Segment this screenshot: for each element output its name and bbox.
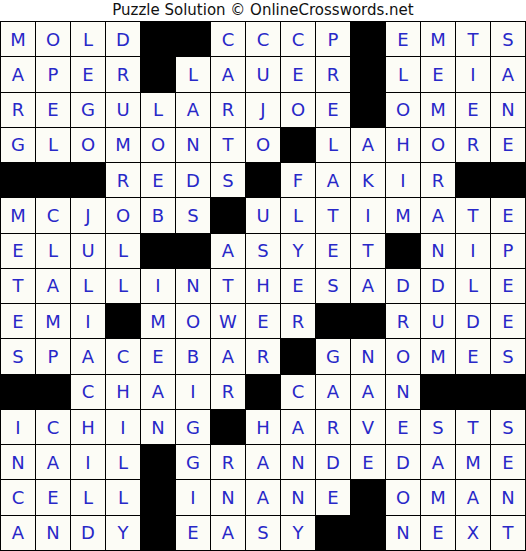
black-cell bbox=[351, 22, 385, 56]
black-cell bbox=[211, 198, 245, 232]
letter-cell: A bbox=[316, 163, 350, 197]
letter-cell: D bbox=[106, 22, 140, 56]
letter-cell: N bbox=[386, 516, 420, 550]
black-cell bbox=[281, 128, 315, 162]
letter-cell: A bbox=[456, 480, 490, 514]
letter-cell: M bbox=[421, 339, 455, 373]
letter-cell: R bbox=[106, 57, 140, 91]
letter-cell: S bbox=[176, 198, 210, 232]
black-cell bbox=[1, 163, 35, 197]
letter-cell: C bbox=[36, 410, 70, 444]
letter-cell: L bbox=[176, 57, 210, 91]
letter-cell: I bbox=[71, 304, 105, 338]
black-cell bbox=[141, 57, 175, 91]
letter-cell: N bbox=[36, 516, 70, 550]
letter-cell: C bbox=[36, 198, 70, 232]
letter-cell: E bbox=[491, 128, 525, 162]
letter-cell: P bbox=[36, 57, 70, 91]
letter-cell: L bbox=[106, 269, 140, 303]
letter-cell: I bbox=[71, 445, 105, 479]
letter-cell: M bbox=[421, 22, 455, 56]
letter-cell: Y bbox=[281, 234, 315, 268]
letter-cell: V bbox=[351, 410, 385, 444]
page-title: Puzzle Solution © OnlineCrosswords.net bbox=[0, 0, 526, 21]
black-cell bbox=[141, 480, 175, 514]
letter-cell: E bbox=[491, 445, 525, 479]
letter-cell: I bbox=[351, 198, 385, 232]
letter-cell: E bbox=[351, 445, 385, 479]
letter-cell: A bbox=[211, 339, 245, 373]
letter-cell: A bbox=[351, 128, 385, 162]
letter-cell: O bbox=[36, 22, 70, 56]
letter-cell: E bbox=[316, 93, 350, 127]
letter-cell: F bbox=[281, 163, 315, 197]
black-cell bbox=[71, 163, 105, 197]
black-cell bbox=[351, 93, 385, 127]
black-cell bbox=[106, 304, 140, 338]
letter-cell: R bbox=[386, 304, 420, 338]
letter-cell: S bbox=[491, 410, 525, 444]
letter-cell: I bbox=[176, 480, 210, 514]
letter-cell: N bbox=[281, 445, 315, 479]
letter-cell: L bbox=[106, 480, 140, 514]
letter-cell: L bbox=[71, 269, 105, 303]
letter-cell: T bbox=[456, 410, 490, 444]
letter-cell: O bbox=[386, 480, 420, 514]
black-cell bbox=[386, 234, 420, 268]
black-cell bbox=[351, 57, 385, 91]
letter-cell: A bbox=[176, 93, 210, 127]
black-cell bbox=[351, 304, 385, 338]
letter-cell: O bbox=[106, 198, 140, 232]
letter-cell: C bbox=[246, 22, 280, 56]
letter-cell: A bbox=[246, 445, 280, 479]
letter-cell: C bbox=[1, 480, 35, 514]
black-cell bbox=[246, 163, 280, 197]
letter-cell: R bbox=[211, 375, 245, 409]
letter-cell: Y bbox=[281, 516, 315, 550]
letter-cell: D bbox=[176, 163, 210, 197]
letter-cell: E bbox=[281, 57, 315, 91]
letter-cell: G bbox=[316, 339, 350, 373]
letter-cell: E bbox=[141, 339, 175, 373]
black-cell bbox=[141, 516, 175, 550]
letter-cell: U bbox=[421, 304, 455, 338]
letter-cell: G bbox=[71, 93, 105, 127]
letter-cell: H bbox=[386, 128, 420, 162]
letter-cell: A bbox=[141, 375, 175, 409]
letter-cell: R bbox=[211, 445, 245, 479]
letter-cell: I bbox=[386, 163, 420, 197]
black-cell bbox=[1, 375, 35, 409]
letter-cell: T bbox=[211, 128, 245, 162]
letter-cell: G bbox=[176, 410, 210, 444]
letter-cell: E bbox=[456, 339, 490, 373]
letter-cell: E bbox=[491, 304, 525, 338]
black-cell bbox=[36, 163, 70, 197]
black-cell bbox=[246, 375, 280, 409]
letter-cell: M bbox=[386, 198, 420, 232]
letter-cell: L bbox=[36, 234, 70, 268]
letter-cell: C bbox=[211, 22, 245, 56]
letter-cell: A bbox=[36, 445, 70, 479]
letter-cell: R bbox=[281, 304, 315, 338]
letter-cell: P bbox=[491, 234, 525, 268]
letter-cell: C bbox=[281, 375, 315, 409]
black-cell bbox=[176, 234, 210, 268]
letter-cell: E bbox=[281, 269, 315, 303]
letter-cell: S bbox=[211, 163, 245, 197]
letter-cell: S bbox=[421, 410, 455, 444]
letter-cell: A bbox=[211, 234, 245, 268]
letter-cell: O bbox=[176, 304, 210, 338]
letter-cell: E bbox=[141, 163, 175, 197]
letter-cell: H bbox=[106, 375, 140, 409]
letter-cell: N bbox=[351, 339, 385, 373]
letter-cell: M bbox=[106, 128, 140, 162]
letter-cell: S bbox=[491, 22, 525, 56]
letter-cell: N bbox=[491, 93, 525, 127]
letter-cell: L bbox=[386, 57, 420, 91]
black-cell bbox=[456, 163, 490, 197]
letter-cell: O bbox=[141, 128, 175, 162]
letter-cell: U bbox=[246, 57, 280, 91]
letter-cell: E bbox=[386, 22, 420, 56]
letter-cell: E bbox=[491, 198, 525, 232]
letter-cell: O bbox=[386, 93, 420, 127]
letter-cell: M bbox=[421, 480, 455, 514]
black-cell bbox=[316, 304, 350, 338]
letter-cell: A bbox=[421, 198, 455, 232]
black-cell bbox=[176, 22, 210, 56]
letter-cell: E bbox=[386, 410, 420, 444]
letter-cell: T bbox=[316, 198, 350, 232]
letter-cell: H bbox=[246, 410, 280, 444]
letter-cell: I bbox=[456, 57, 490, 91]
letter-cell: S bbox=[246, 234, 280, 268]
black-cell bbox=[211, 410, 245, 444]
letter-cell: R bbox=[456, 128, 490, 162]
letter-cell: D bbox=[71, 516, 105, 550]
letter-cell: A bbox=[316, 375, 350, 409]
letter-cell: N bbox=[1, 445, 35, 479]
letter-cell: M bbox=[1, 22, 35, 56]
letter-cell: I bbox=[176, 375, 210, 409]
letter-cell: A bbox=[246, 480, 280, 514]
black-cell bbox=[281, 339, 315, 373]
letter-cell: A bbox=[71, 339, 105, 373]
letter-cell: E bbox=[36, 480, 70, 514]
letter-cell: I bbox=[141, 269, 175, 303]
letter-cell: J bbox=[246, 93, 280, 127]
letter-cell: U bbox=[106, 93, 140, 127]
letter-cell: G bbox=[176, 445, 210, 479]
black-cell bbox=[351, 480, 385, 514]
letter-cell: R bbox=[421, 163, 455, 197]
black-cell bbox=[351, 516, 385, 550]
letter-cell: L bbox=[71, 22, 105, 56]
letter-cell: S bbox=[1, 339, 35, 373]
letter-cell: P bbox=[316, 22, 350, 56]
letter-cell: T bbox=[491, 516, 525, 550]
letter-cell: G bbox=[1, 128, 35, 162]
letter-cell: A bbox=[36, 269, 70, 303]
letter-cell: W bbox=[211, 304, 245, 338]
letter-cell: U bbox=[246, 198, 280, 232]
letter-cell: C bbox=[281, 22, 315, 56]
black-cell bbox=[141, 22, 175, 56]
letter-cell: T bbox=[456, 22, 490, 56]
letter-cell: A bbox=[1, 516, 35, 550]
letter-cell: N bbox=[386, 375, 420, 409]
letter-cell: E bbox=[71, 57, 105, 91]
letter-cell: N bbox=[491, 480, 525, 514]
crossword-grid: MOLDCCCPEMTSAPERLAUERLEIAREGULARJOEOMENG… bbox=[0, 21, 526, 551]
letter-cell: L bbox=[106, 234, 140, 268]
letter-cell: T bbox=[351, 234, 385, 268]
letter-cell: E bbox=[1, 304, 35, 338]
letter-cell: A bbox=[211, 516, 245, 550]
letter-cell: H bbox=[71, 410, 105, 444]
black-cell bbox=[316, 516, 350, 550]
letter-cell: L bbox=[141, 93, 175, 127]
letter-cell: L bbox=[106, 445, 140, 479]
letter-cell: P bbox=[36, 339, 70, 373]
letter-cell: Y bbox=[106, 516, 140, 550]
letter-cell: J bbox=[71, 198, 105, 232]
letter-cell: A bbox=[351, 269, 385, 303]
letter-cell: E bbox=[246, 304, 280, 338]
black-cell bbox=[491, 375, 525, 409]
letter-cell: R bbox=[246, 339, 280, 373]
letter-cell: L bbox=[316, 128, 350, 162]
letter-cell: D bbox=[421, 269, 455, 303]
letter-cell: I bbox=[106, 410, 140, 444]
letter-cell: L bbox=[71, 480, 105, 514]
letter-cell: E bbox=[421, 57, 455, 91]
letter-cell: C bbox=[106, 339, 140, 373]
letter-cell: A bbox=[491, 57, 525, 91]
letter-cell: S bbox=[246, 516, 280, 550]
letter-cell: E bbox=[491, 269, 525, 303]
letter-cell: R bbox=[106, 163, 140, 197]
letter-cell: O bbox=[281, 93, 315, 127]
letter-cell: U bbox=[71, 234, 105, 268]
letter-cell: I bbox=[1, 410, 35, 444]
letter-cell: E bbox=[1, 234, 35, 268]
letter-cell: D bbox=[316, 445, 350, 479]
letter-cell: O bbox=[246, 128, 280, 162]
letter-cell: A bbox=[421, 445, 455, 479]
letter-cell: R bbox=[211, 93, 245, 127]
letter-cell: N bbox=[211, 480, 245, 514]
black-cell bbox=[141, 234, 175, 268]
letter-cell: R bbox=[1, 93, 35, 127]
letter-cell: H bbox=[246, 269, 280, 303]
letter-cell: E bbox=[316, 234, 350, 268]
letter-cell: C bbox=[71, 375, 105, 409]
letter-cell: A bbox=[351, 375, 385, 409]
letter-cell: S bbox=[491, 339, 525, 373]
letter-cell: R bbox=[316, 410, 350, 444]
black-cell bbox=[36, 375, 70, 409]
letter-cell: M bbox=[1, 198, 35, 232]
letter-cell: M bbox=[36, 304, 70, 338]
letter-cell: M bbox=[421, 93, 455, 127]
letter-cell: B bbox=[176, 339, 210, 373]
black-cell bbox=[421, 375, 455, 409]
letter-cell: N bbox=[141, 410, 175, 444]
letter-cell: M bbox=[456, 445, 490, 479]
letter-cell: I bbox=[456, 234, 490, 268]
letter-cell: L bbox=[456, 269, 490, 303]
letter-cell: O bbox=[71, 128, 105, 162]
letter-cell: N bbox=[176, 128, 210, 162]
letter-cell: T bbox=[211, 269, 245, 303]
letter-cell: D bbox=[456, 304, 490, 338]
letter-cell: N bbox=[421, 234, 455, 268]
letter-cell: B bbox=[141, 198, 175, 232]
black-cell bbox=[491, 163, 525, 197]
letter-cell: T bbox=[456, 198, 490, 232]
letter-cell: E bbox=[316, 480, 350, 514]
letter-cell: K bbox=[351, 163, 385, 197]
letter-cell: D bbox=[386, 445, 420, 479]
letter-cell: X bbox=[456, 516, 490, 550]
letter-cell: D bbox=[386, 269, 420, 303]
letter-cell: E bbox=[421, 516, 455, 550]
letter-cell: O bbox=[386, 339, 420, 373]
letter-cell: M bbox=[141, 304, 175, 338]
letter-cell: S bbox=[316, 269, 350, 303]
letter-cell: L bbox=[281, 198, 315, 232]
letter-cell: E bbox=[36, 93, 70, 127]
letter-cell: T bbox=[1, 269, 35, 303]
letter-cell: R bbox=[316, 57, 350, 91]
letter-cell: A bbox=[1, 57, 35, 91]
letter-cell: A bbox=[211, 57, 245, 91]
letter-cell: L bbox=[36, 128, 70, 162]
black-cell bbox=[141, 445, 175, 479]
letter-cell: N bbox=[176, 269, 210, 303]
black-cell bbox=[456, 375, 490, 409]
letter-cell: A bbox=[281, 410, 315, 444]
letter-cell: E bbox=[456, 93, 490, 127]
letter-cell: O bbox=[421, 128, 455, 162]
letter-cell: N bbox=[281, 480, 315, 514]
letter-cell: E bbox=[176, 516, 210, 550]
